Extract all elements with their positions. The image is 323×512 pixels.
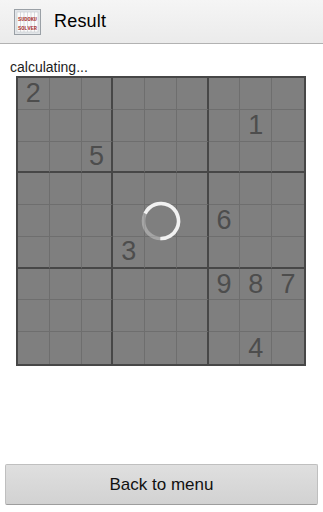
cell-r9c4 [113,332,145,364]
cell-r4c2 [50,173,82,205]
cell-r7c3 [82,269,114,301]
cell-r1c3 [82,78,114,110]
cell-r3c6 [177,142,209,174]
cell-r7c1 [18,269,50,301]
cell-r8c3 [82,300,114,332]
cell-r4c8 [240,173,272,205]
cell-r8c2 [50,300,82,332]
cell-r3c1 [18,142,50,174]
cell-r4c4 [113,173,145,205]
cell-r8c4 [113,300,145,332]
cell-r9c6 [177,332,209,364]
cell-r5c7: 6 [209,205,241,237]
cell-r9c1 [18,332,50,364]
cell-r6c4: 3 [113,237,145,269]
cell-r4c1 [18,173,50,205]
cell-r4c7 [209,173,241,205]
cell-r6c7 [209,237,241,269]
cell-r8c7 [209,300,241,332]
cell-r6c3 [82,237,114,269]
cell-r5c2 [50,205,82,237]
cell-r2c2 [50,110,82,142]
cell-r5c4 [113,205,145,237]
cell-r1c1: 2 [18,78,50,110]
cell-r2c6 [177,110,209,142]
cell-r8c9 [272,300,304,332]
cell-r1c9 [272,78,304,110]
cell-r2c8: 1 [240,110,272,142]
cell-r5c3 [82,205,114,237]
cell-r6c2 [50,237,82,269]
cell-r5c9 [272,205,304,237]
page-title: Result [54,11,106,32]
cell-r7c2 [50,269,82,301]
cell-r2c4 [113,110,145,142]
cell-r5c5 [145,205,177,237]
cell-r1c2 [50,78,82,110]
cell-r6c9 [272,237,304,269]
cell-r8c1 [18,300,50,332]
cell-r4c5 [145,173,177,205]
cell-r3c7 [209,142,241,174]
cell-r9c3 [82,332,114,364]
cell-r1c8 [240,78,272,110]
cell-r7c6 [177,269,209,301]
cell-r7c4 [113,269,145,301]
cell-r6c6 [177,237,209,269]
cell-r4c6 [177,173,209,205]
cell-r3c3: 5 [82,142,114,174]
cell-r5c1 [18,205,50,237]
cell-r1c6 [177,78,209,110]
cell-r1c5 [145,78,177,110]
cell-r3c8 [240,142,272,174]
cell-r6c8 [240,237,272,269]
app-icon-text-bottom: SOLVER [18,25,37,31]
cell-r2c7 [209,110,241,142]
cell-r2c3 [82,110,114,142]
cell-r4c3 [82,173,114,205]
cell-r5c6 [177,205,209,237]
back-to-menu-button[interactable]: Back to menu [5,464,318,505]
cell-r9c8: 4 [240,332,272,364]
cell-r8c8 [240,300,272,332]
cell-r9c7 [209,332,241,364]
cell-r7c7: 9 [209,269,241,301]
cell-r8c6 [177,300,209,332]
cell-r3c4 [113,142,145,174]
cell-r7c9: 7 [272,269,304,301]
app-icon-text-top: SUDOKU [18,16,37,22]
cell-r1c7 [209,78,241,110]
cell-r8c5 [145,300,177,332]
cell-r2c5 [145,110,177,142]
cell-r2c1 [18,110,50,142]
cell-r7c8: 8 [240,269,272,301]
cell-r3c2 [50,142,82,174]
cell-r4c9 [272,173,304,205]
cell-r5c8 [240,205,272,237]
cell-r1c4 [113,78,145,110]
cell-r9c2 [50,332,82,364]
cell-r9c9 [272,332,304,364]
sudoku-board: 215639874 [16,76,306,366]
cell-r3c5 [145,142,177,174]
cell-r7c5 [145,269,177,301]
header: SUDOKU SOLVER Result [0,0,323,44]
cell-r9c5 [145,332,177,364]
cell-r2c9 [272,110,304,142]
cell-r6c5 [145,237,177,269]
cell-r3c9 [272,142,304,174]
status-text: calculating... [10,59,323,75]
cell-r6c1 [18,237,50,269]
sudoku-solver-app-icon: SUDOKU SOLVER [14,9,41,35]
